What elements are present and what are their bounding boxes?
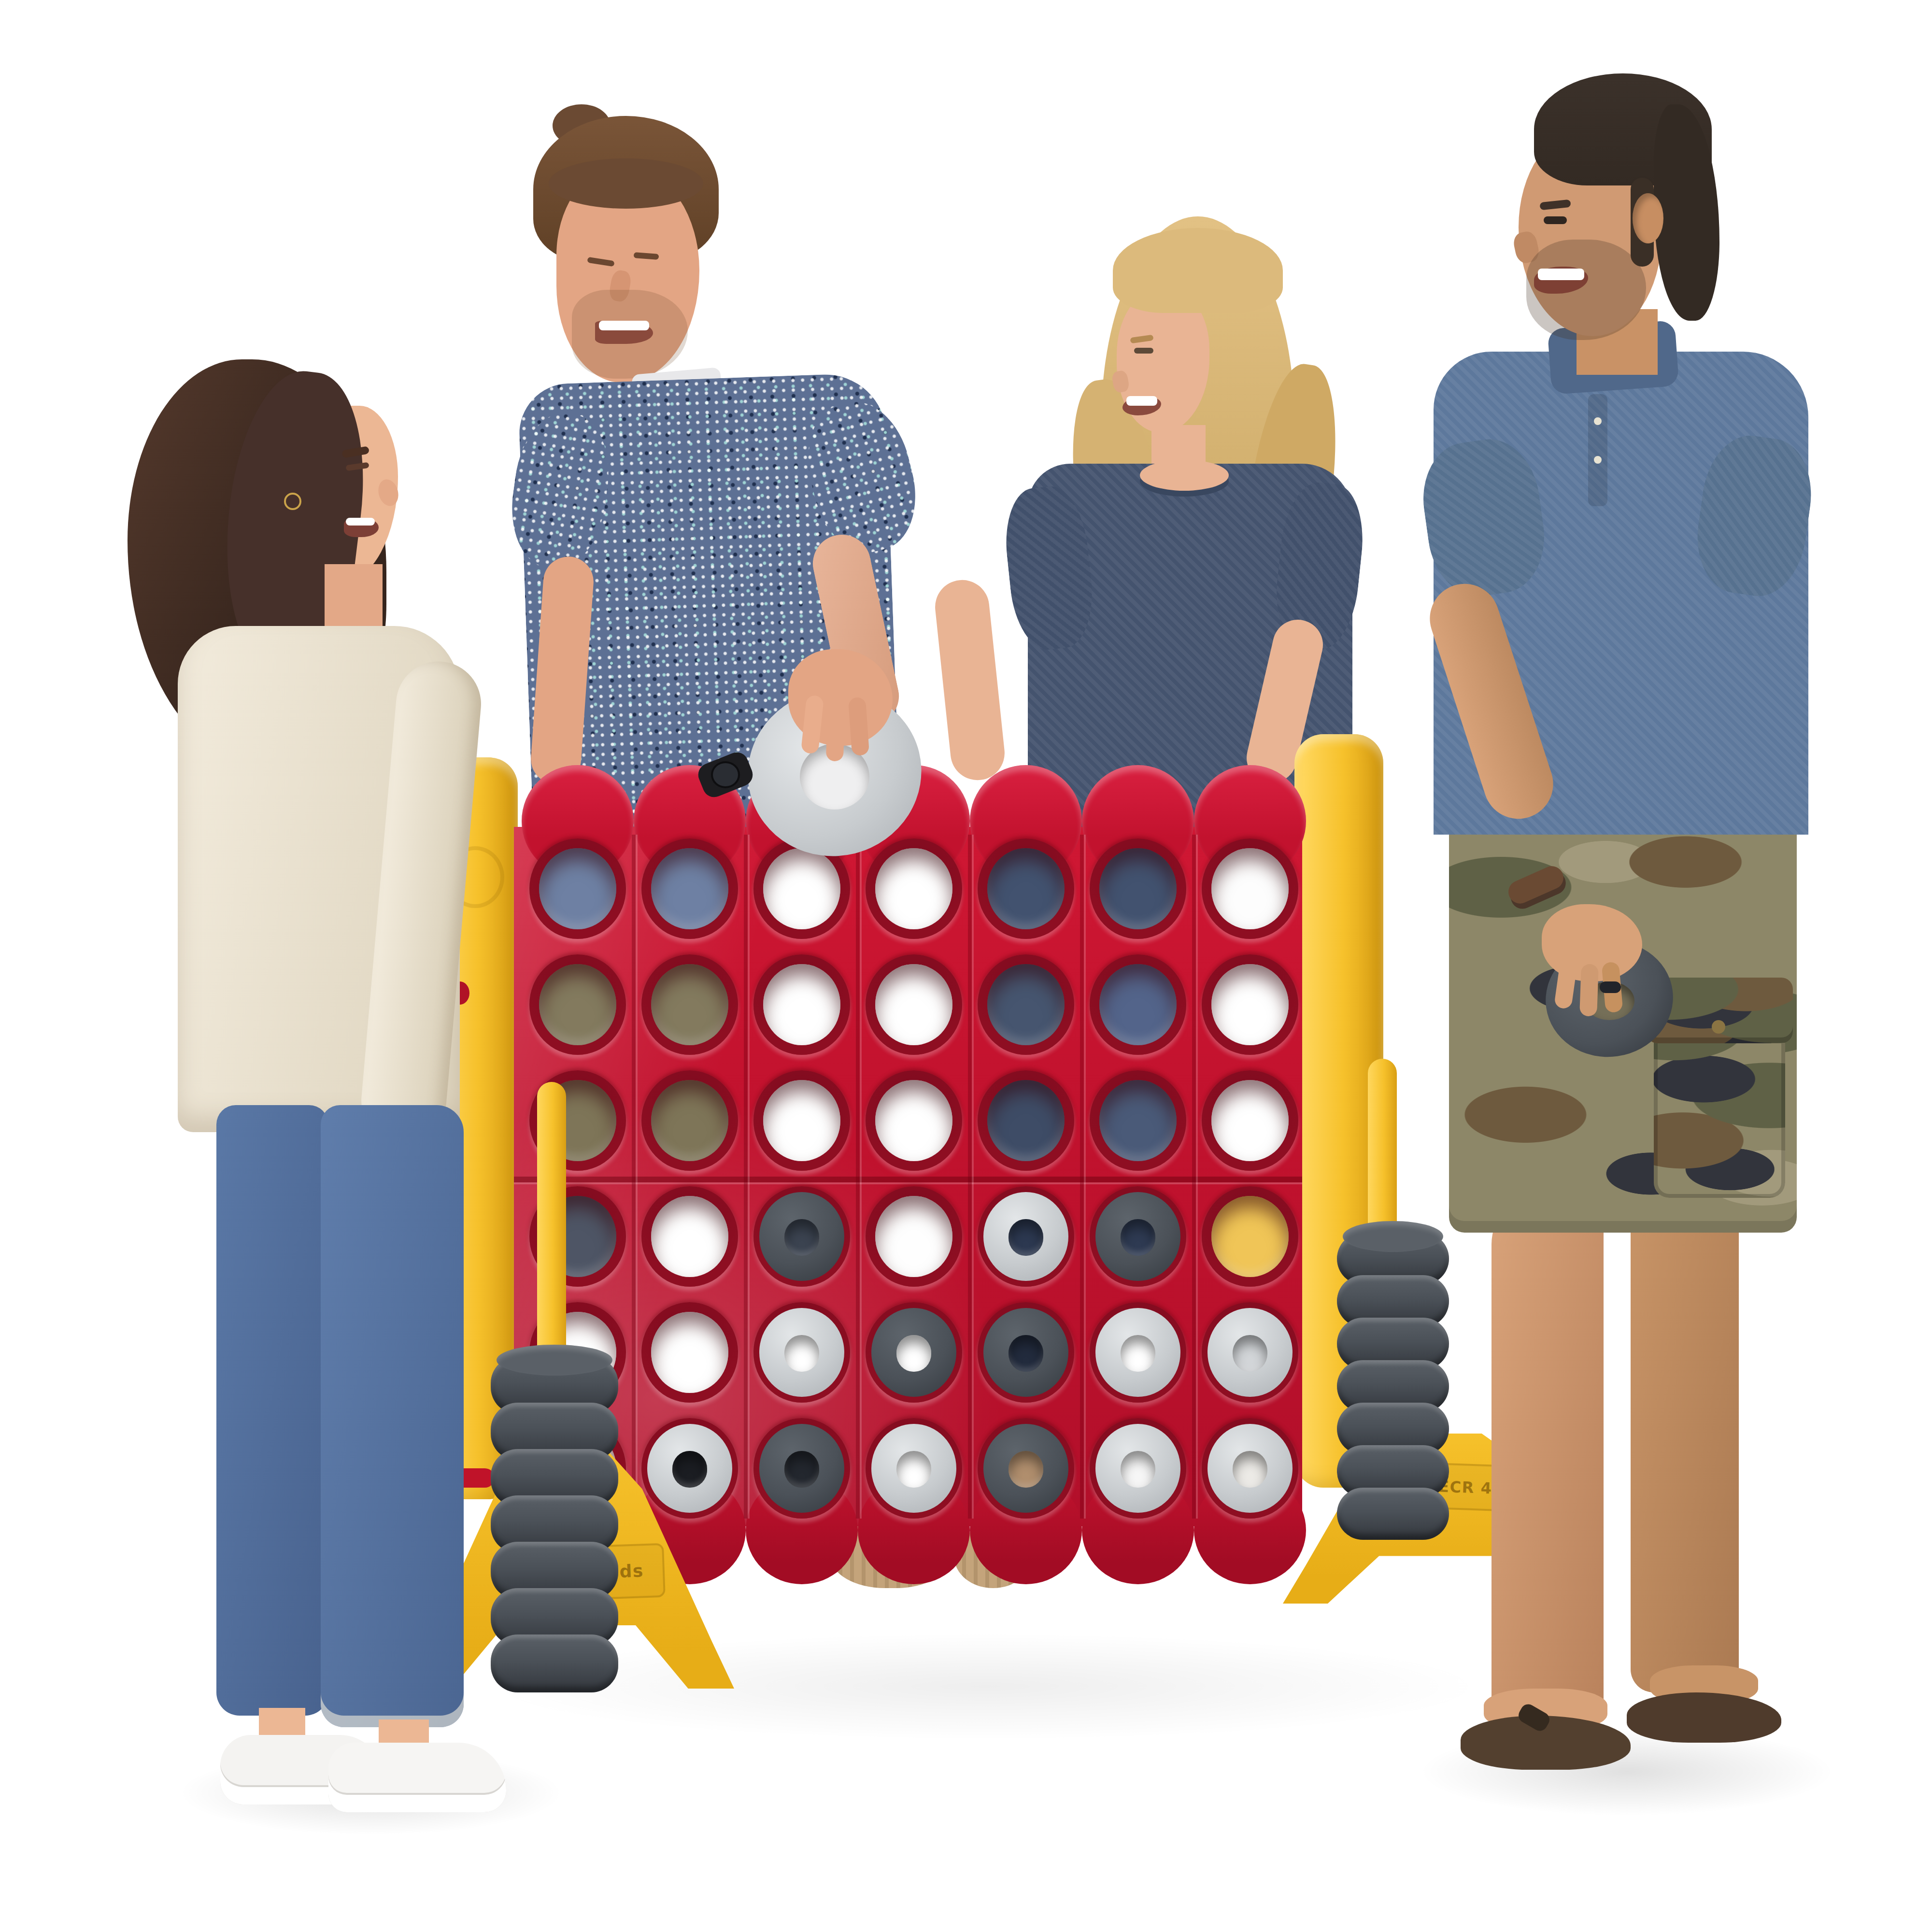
column-divider-2 bbox=[744, 835, 748, 1519]
cell-r6c6-light-ring[interactable] bbox=[1090, 1418, 1186, 1519]
cell-opening bbox=[651, 1312, 728, 1393]
cell-opening bbox=[1211, 1080, 1289, 1161]
right-man-teeth bbox=[1538, 269, 1584, 280]
cell-opening bbox=[539, 848, 616, 929]
cell-r5c3-light-ring[interactable] bbox=[753, 1302, 850, 1403]
cell-r2c3-empty[interactable] bbox=[753, 954, 850, 1055]
dark-ring bbox=[983, 1424, 1068, 1513]
cell-r2c1-empty[interactable] bbox=[529, 954, 626, 1055]
ring-center-hole bbox=[673, 1451, 707, 1487]
right-man-flipflop-back bbox=[1627, 1692, 1781, 1743]
ring-center-hole bbox=[785, 1335, 819, 1371]
cell-r4c3-dark-ring[interactable] bbox=[753, 1186, 850, 1287]
product-photo-stage: ECR 4Kids ECR 4Kids bbox=[0, 0, 1932, 1932]
cell-opening bbox=[1099, 848, 1177, 929]
cell-r4c7-empty[interactable] bbox=[1202, 1186, 1298, 1287]
light-ring bbox=[1207, 1424, 1293, 1513]
cell-opening bbox=[763, 1080, 840, 1161]
cell-r1c5-empty[interactable] bbox=[978, 838, 1074, 939]
cell-r2c2-empty[interactable] bbox=[641, 954, 738, 1055]
blonde-teeth bbox=[1126, 396, 1157, 405]
right-stack-top-ring-face bbox=[1343, 1221, 1443, 1252]
blonde-tee-collar bbox=[1140, 460, 1229, 491]
board-shadow bbox=[483, 1633, 1488, 1741]
column-divider-4 bbox=[968, 835, 972, 1519]
left-woman-jeans-front-leg bbox=[321, 1105, 464, 1727]
cell-r3c6-empty[interactable] bbox=[1090, 1070, 1186, 1171]
left-stack-top-ring-face bbox=[497, 1345, 612, 1376]
ring-center-hole bbox=[1009, 1451, 1043, 1487]
cell-opening bbox=[1211, 848, 1289, 929]
cell-r6c7-light-ring[interactable] bbox=[1202, 1418, 1298, 1519]
cell-r5c2-empty[interactable] bbox=[641, 1302, 738, 1403]
cell-opening bbox=[1099, 1080, 1177, 1161]
dark-ring bbox=[759, 1192, 844, 1281]
ring-center-hole bbox=[1009, 1335, 1043, 1371]
ring-center-hole bbox=[1121, 1451, 1155, 1487]
right-man-back-leg bbox=[1631, 1182, 1739, 1692]
right-man-eye bbox=[1544, 216, 1567, 224]
ring-center-hole bbox=[1233, 1335, 1267, 1371]
cell-r3c2-empty[interactable] bbox=[641, 1070, 738, 1171]
cell-r3c3-empty[interactable] bbox=[753, 1070, 850, 1171]
man-floral-teeth bbox=[599, 321, 649, 330]
light-ring bbox=[647, 1424, 732, 1513]
cell-opening bbox=[987, 848, 1065, 929]
ring-center-hole bbox=[1233, 1451, 1267, 1487]
cell-r5c5-dark-ring[interactable] bbox=[978, 1302, 1074, 1403]
cell-r5c6-light-ring[interactable] bbox=[1090, 1302, 1186, 1403]
cell-opening bbox=[651, 848, 728, 929]
cell-opening bbox=[539, 964, 616, 1045]
frame-post-left-red-latch bbox=[460, 1468, 495, 1488]
dark-ring bbox=[983, 1308, 1068, 1397]
cell-r6c5-dark-ring[interactable] bbox=[978, 1418, 1074, 1519]
cell-r6c3-dark-ring[interactable] bbox=[753, 1418, 850, 1519]
cell-opening bbox=[987, 1080, 1065, 1161]
cell-opening bbox=[763, 964, 840, 1045]
blonde-eye bbox=[1134, 348, 1153, 354]
light-ring bbox=[871, 1424, 956, 1513]
cell-opening bbox=[651, 964, 728, 1045]
light-ring bbox=[1095, 1424, 1180, 1513]
ring-center-hole bbox=[897, 1451, 931, 1487]
cell-opening bbox=[875, 964, 952, 1045]
cell-opening bbox=[875, 1196, 952, 1277]
dark-ring bbox=[1095, 1192, 1180, 1281]
column-divider-3 bbox=[856, 835, 860, 1519]
cell-r1c1-empty[interactable] bbox=[529, 838, 626, 939]
blonde-hair-crown bbox=[1113, 228, 1283, 313]
cell-r2c6-empty[interactable] bbox=[1090, 954, 1186, 1055]
right-man-polo-button-2 bbox=[1594, 456, 1602, 464]
cell-r1c7-empty[interactable] bbox=[1202, 838, 1298, 939]
column-divider-1 bbox=[632, 835, 636, 1519]
ring-center-hole bbox=[1121, 1220, 1155, 1255]
right-man-front-leg bbox=[1492, 1194, 1604, 1727]
blonde-forearm-left bbox=[933, 577, 1008, 782]
right-stack-ring-7 bbox=[1337, 1488, 1449, 1540]
cell-opening bbox=[651, 1080, 728, 1161]
cell-r4c2-empty[interactable] bbox=[641, 1186, 738, 1287]
cell-opening bbox=[875, 1080, 952, 1161]
right-man-polo-placket bbox=[1588, 394, 1607, 506]
light-ring bbox=[983, 1192, 1068, 1281]
cell-r3c7-empty[interactable] bbox=[1202, 1070, 1298, 1171]
dark-ring bbox=[871, 1308, 956, 1397]
left-woman-teeth bbox=[346, 518, 375, 526]
cell-opening bbox=[1211, 1196, 1289, 1277]
cell-r1c6-empty[interactable] bbox=[1090, 838, 1186, 939]
cell-r4c5-light-ring[interactable] bbox=[978, 1186, 1074, 1287]
ring-center-hole bbox=[785, 1451, 819, 1487]
cell-r5c4-dark-ring[interactable] bbox=[866, 1302, 962, 1403]
cell-opening bbox=[987, 964, 1065, 1045]
light-ring bbox=[1207, 1308, 1293, 1397]
cell-r3c5-empty[interactable] bbox=[978, 1070, 1074, 1171]
cell-opening bbox=[1099, 964, 1177, 1045]
ring-center-hole bbox=[1121, 1335, 1155, 1371]
left-woman-sneaker-front bbox=[328, 1743, 506, 1812]
left-stack-ring-7 bbox=[491, 1634, 618, 1692]
ring-center-hole bbox=[785, 1220, 819, 1255]
cell-opening bbox=[651, 1196, 728, 1277]
cell-r2c7-empty[interactable] bbox=[1202, 954, 1298, 1055]
right-man-polo-button-1 bbox=[1594, 417, 1602, 425]
left-woman-earring bbox=[284, 493, 301, 510]
column-divider-5 bbox=[1080, 835, 1084, 1519]
light-ring bbox=[1095, 1308, 1180, 1397]
cell-opening bbox=[763, 848, 840, 929]
cell-r5c7-light-ring[interactable] bbox=[1202, 1302, 1298, 1403]
man-floral-watch-face bbox=[711, 761, 740, 788]
ring-center-hole bbox=[897, 1335, 931, 1371]
cell-r2c5-empty[interactable] bbox=[978, 954, 1074, 1055]
cell-r4c6-dark-ring[interactable] bbox=[1090, 1186, 1186, 1287]
column-divider-6 bbox=[1192, 835, 1196, 1519]
cell-r1c4-empty[interactable] bbox=[866, 838, 962, 939]
cell-r6c2-light-ring[interactable] bbox=[641, 1418, 738, 1519]
man-floral-hairline bbox=[549, 158, 703, 209]
man-floral-finger-2 bbox=[826, 699, 845, 761]
left-woman-jeans-back-leg bbox=[216, 1105, 328, 1716]
cell-opening bbox=[875, 848, 952, 929]
ring-center-hole bbox=[1009, 1220, 1043, 1255]
cell-r4c4-empty[interactable] bbox=[866, 1186, 962, 1287]
dark-ring bbox=[759, 1424, 844, 1513]
cell-opening bbox=[1211, 964, 1289, 1045]
right-man-pocket-button bbox=[1712, 1020, 1725, 1034]
cell-r1c2-empty[interactable] bbox=[641, 838, 738, 939]
right-man-finger-ring bbox=[1600, 981, 1621, 993]
cell-r6c4-light-ring[interactable] bbox=[866, 1418, 962, 1519]
right-man-ear bbox=[1633, 193, 1663, 243]
cell-r3c4-empty[interactable] bbox=[866, 1070, 962, 1171]
cell-r2c4-empty[interactable] bbox=[866, 954, 962, 1055]
right-man-finger-2 bbox=[1579, 964, 1599, 1016]
light-ring bbox=[759, 1308, 844, 1397]
